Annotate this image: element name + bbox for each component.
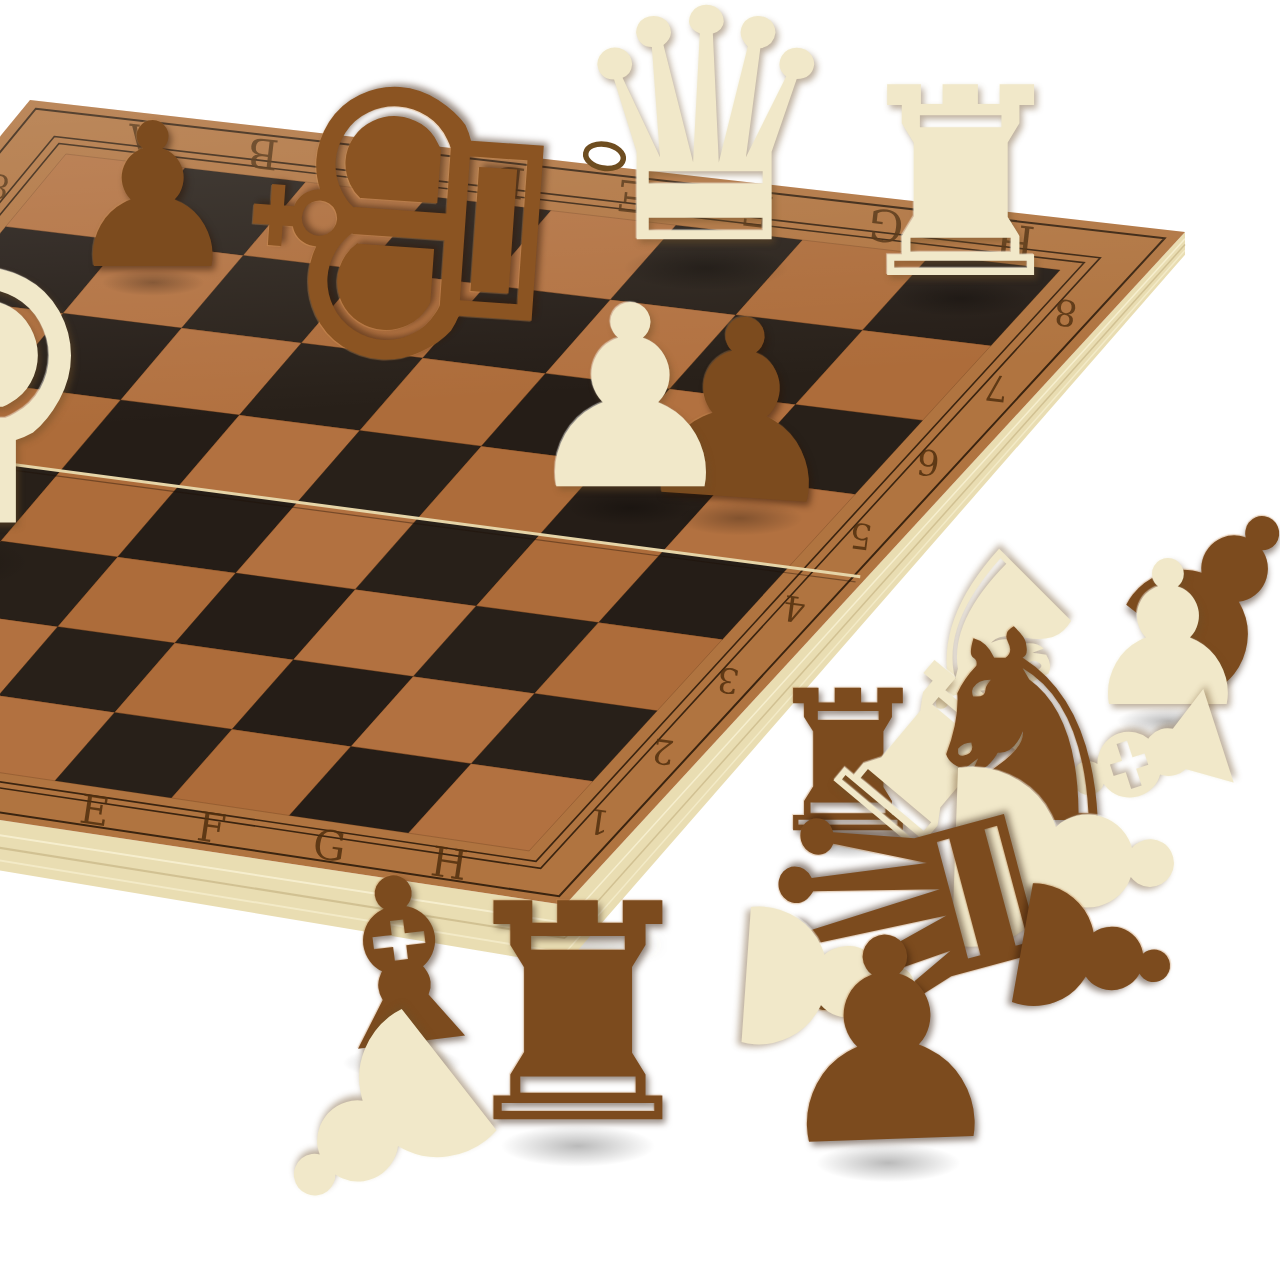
piece-white-king-b3: ♚: [0, 150, 114, 591]
scattered-brown-pawn-11: ♟: [758, 898, 1019, 1187]
product-photo: AABBCCDDEEFFGGHH8877665544332211 ♚♛♜♟♟♟♞…: [0, 0, 1280, 1280]
piece-white-pawn-g5: ♟: [518, 273, 744, 525]
piece-white-rook-h8: ♜: [844, 55, 1078, 316]
piece-white-queen-f8: ♛: [562, 0, 850, 289]
pieces-layer: ♚♛♜♟♟♟♞♚♞♟♟♜♜♝♞♟♛♟♟♟♜♝♟: [0, 0, 1280, 1280]
